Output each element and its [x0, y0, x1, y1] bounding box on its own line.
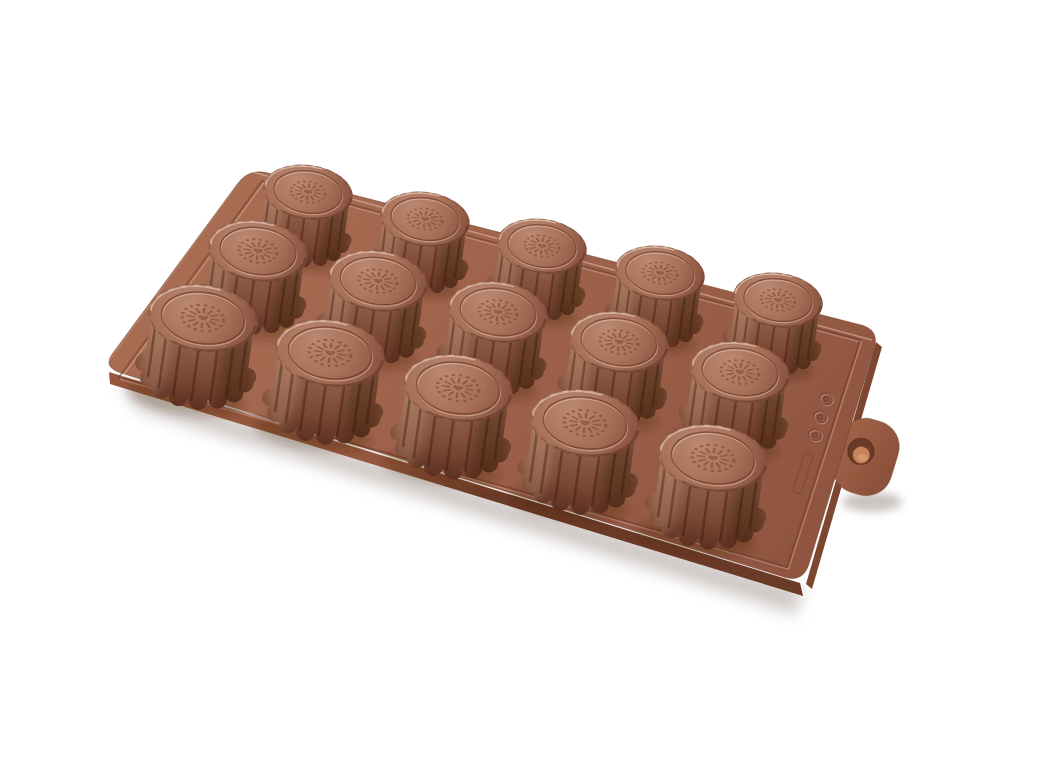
product-photo: Brown silicone chocolate mould tray phot… [0, 0, 1040, 760]
chocolate-mold-scene [0, 0, 1040, 760]
